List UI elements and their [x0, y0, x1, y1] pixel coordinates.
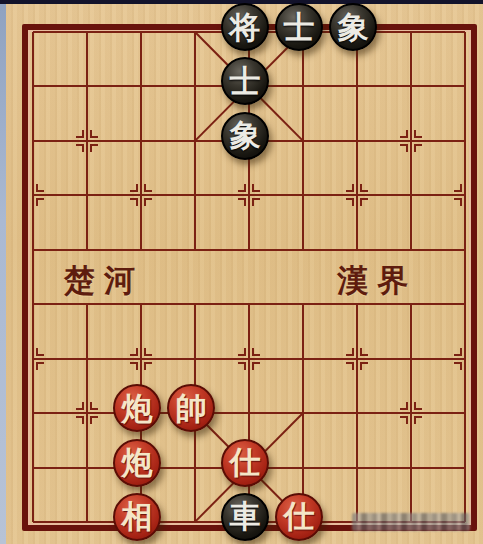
point-marker: [454, 198, 462, 206]
point-marker: [76, 130, 84, 138]
point-marker: [90, 402, 98, 410]
grid-file-line: [32, 32, 34, 522]
red-advisor-1-piece[interactable]: 仕: [221, 439, 269, 487]
point-marker: [400, 402, 408, 410]
point-marker: [360, 198, 368, 206]
point-marker: [414, 144, 422, 152]
point-marker: [238, 198, 246, 206]
grid-file-line: [410, 304, 412, 522]
black-advisor-1-piece[interactable]: 士: [275, 3, 323, 51]
grid-file-line: [86, 32, 88, 250]
point-marker: [130, 362, 138, 370]
point-marker: [144, 362, 152, 370]
black-elephant-1-piece[interactable]: 象: [329, 3, 377, 51]
point-marker: [36, 198, 44, 206]
point-marker: [238, 348, 246, 356]
point-marker: [414, 416, 422, 424]
point-marker: [400, 144, 408, 152]
black-elephant-2-piece[interactable]: 象: [221, 112, 269, 160]
grid-file-line: [86, 304, 88, 522]
red-cannon-1-piece[interactable]: 炮: [113, 384, 161, 432]
point-marker: [238, 362, 246, 370]
point-marker: [360, 184, 368, 192]
point-marker: [144, 348, 152, 356]
point-marker: [130, 198, 138, 206]
point-marker: [130, 348, 138, 356]
point-marker: [130, 184, 138, 192]
point-marker: [400, 416, 408, 424]
point-marker: [360, 348, 368, 356]
black-general-piece[interactable]: 将: [221, 3, 269, 51]
black-chariot-piece[interactable]: 車: [221, 493, 269, 541]
red-elephant-piece[interactable]: 相: [113, 493, 161, 541]
grid-file-line: [356, 32, 358, 250]
point-marker: [414, 402, 422, 410]
grid-file-line: [356, 304, 358, 522]
red-general-piece[interactable]: 帥: [167, 384, 215, 432]
point-marker: [76, 402, 84, 410]
point-marker: [252, 348, 260, 356]
grid-file-line: [140, 32, 142, 250]
point-marker: [454, 184, 462, 192]
point-marker: [238, 184, 246, 192]
river-label-hanjie: 漢界: [337, 265, 417, 296]
point-marker: [90, 416, 98, 424]
point-marker: [252, 184, 260, 192]
point-marker: [90, 144, 98, 152]
red-advisor-2-piece[interactable]: 仕: [275, 493, 323, 541]
point-marker: [252, 198, 260, 206]
point-marker: [454, 362, 462, 370]
point-marker: [36, 348, 44, 356]
point-marker: [144, 184, 152, 192]
point-marker: [76, 416, 84, 424]
point-marker: [346, 348, 354, 356]
grid-file-line: [410, 32, 412, 250]
point-marker: [414, 130, 422, 138]
red-cannon-2-piece[interactable]: 炮: [113, 439, 161, 487]
grid-file-line: [248, 304, 250, 522]
grid-file-line: [464, 32, 466, 522]
point-marker: [346, 362, 354, 370]
point-marker: [346, 198, 354, 206]
point-marker: [36, 362, 44, 370]
river-label-chuhe: 楚河: [64, 265, 144, 296]
point-marker: [90, 130, 98, 138]
point-marker: [36, 184, 44, 192]
point-marker: [360, 362, 368, 370]
point-marker: [144, 198, 152, 206]
watermark: [352, 513, 470, 531]
point-marker: [76, 144, 84, 152]
point-marker: [346, 184, 354, 192]
app-screen: 楚河 漢界 将士象士象車炮帥炮仕相仕: [0, 0, 483, 544]
point-marker: [252, 362, 260, 370]
point-marker: [454, 348, 462, 356]
point-marker: [400, 130, 408, 138]
